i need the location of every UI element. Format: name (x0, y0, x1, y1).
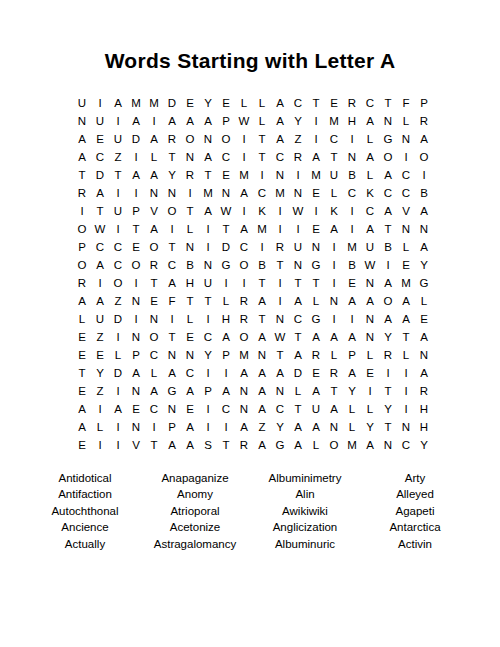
grid-cell-r16c13: D (289, 364, 307, 382)
grid-cell-r4c18: O (379, 148, 397, 166)
grid-cell-r3c7: O (181, 130, 199, 148)
word-list-item: Activin (360, 536, 470, 552)
grid-cell-r15c7: N (181, 346, 199, 364)
grid-cell-r10c11: B (253, 256, 271, 274)
grid-cell-r15c1: E (73, 346, 91, 364)
word-list-item: Agapeti (360, 503, 470, 519)
grid-cell-r1c5: M (145, 94, 163, 112)
grid-cell-r9c19: L (397, 238, 415, 256)
grid-cell-r4c6: T (163, 148, 181, 166)
grid-cell-r9c5: O (145, 238, 163, 256)
grid-cell-r8c4: T (127, 220, 145, 238)
grid-cell-r9c13: U (289, 238, 307, 256)
grid-cell-r7c3: U (109, 202, 127, 220)
grid-cell-r14c15: A (325, 328, 343, 346)
word-list-column-3: AlbuminimetryAlinAwikiwikiAnglicizationA… (250, 470, 360, 552)
grid-cell-r13c15: I (325, 310, 343, 328)
grid-cell-r18c5: C (145, 400, 163, 418)
grid-cell-r5c12: N (271, 166, 289, 184)
grid-cell-r17c18: T (379, 382, 397, 400)
grid-cell-r7c15: K (325, 202, 343, 220)
grid-cell-r11c13: T (289, 274, 307, 292)
grid-cell-r6c10: A (235, 184, 253, 202)
grid-cell-r13c19: A (397, 310, 415, 328)
word-list-item: Antifaction (30, 486, 140, 502)
grid-cell-r2c10: W (235, 112, 253, 130)
grid-cell-r4c13: R (289, 148, 307, 166)
grid-cell-r8c1: O (73, 220, 91, 238)
grid-cell-r4c17: A (361, 148, 379, 166)
grid-cell-r7c18: A (379, 202, 397, 220)
grid-cell-r13c5: N (145, 310, 163, 328)
grid-cell-r15c16: P (343, 346, 361, 364)
grid-cell-r18c10: N (235, 400, 253, 418)
word-list-column-4: ArtyAlleyedAgapetiAntarcticaActivin (360, 470, 470, 552)
grid-cell-r3c16: I (343, 130, 361, 148)
grid-cell-r13c6: I (163, 310, 181, 328)
grid-cell-r1c14: T (307, 94, 325, 112)
grid-cell-r1c2: I (91, 94, 109, 112)
grid-cell-r18c4: E (127, 400, 145, 418)
grid-cell-r4c20: O (415, 148, 433, 166)
grid-cell-r10c6: C (163, 256, 181, 274)
grid-cell-r10c17: W (361, 256, 379, 274)
grid-cell-r12c11: A (253, 292, 271, 310)
grid-cell-r2c7: A (181, 112, 199, 130)
grid-cell-r5c19: C (397, 166, 415, 184)
grid-cell-r19c17: Y (361, 418, 379, 436)
grid-cell-r8c10: A (235, 220, 253, 238)
grid-cell-r11c18: A (379, 274, 397, 292)
grid-cell-r2c20: R (415, 112, 433, 130)
grid-cell-r17c6: G (163, 382, 181, 400)
grid-cell-r12c6: F (163, 292, 181, 310)
grid-cell-r7c6: O (163, 202, 181, 220)
word-list-item: Acetonize (140, 519, 250, 535)
grid-cell-r3c1: A (73, 130, 91, 148)
grid-cell-r19c18: T (379, 418, 397, 436)
grid-cell-r14c18: Y (379, 328, 397, 346)
grid-cell-r14c7: E (181, 328, 199, 346)
grid-cell-r13c18: A (379, 310, 397, 328)
grid-cell-r14c16: A (343, 328, 361, 346)
grid-cell-r11c3: O (109, 274, 127, 292)
grid-cell-r12c8: T (199, 292, 217, 310)
grid-cell-r1c4: M (127, 94, 145, 112)
grid-cell-r12c17: A (361, 292, 379, 310)
grid-cell-r16c10: A (235, 364, 253, 382)
grid-cell-r3c20: A (415, 130, 433, 148)
grid-cell-r19c8: I (199, 418, 217, 436)
grid-cell-r5c8: T (199, 166, 217, 184)
grid-cell-r3c3: U (109, 130, 127, 148)
grid-cell-r6c8: M (199, 184, 217, 202)
grid-cell-r15c5: C (145, 346, 163, 364)
grid-cell-r8c8: I (199, 220, 217, 238)
grid-cell-r14c5: O (145, 328, 163, 346)
grid-cell-r9c20: A (415, 238, 433, 256)
grid-cell-r12c14: L (307, 292, 325, 310)
grid-cell-r7c12: I (271, 202, 289, 220)
grid-cell-r3c12: A (271, 130, 289, 148)
grid-cell-r19c7: A (181, 418, 199, 436)
word-list-item: Albuminuric (250, 536, 360, 552)
grid-cell-r7c20: A (415, 202, 433, 220)
grid-cell-r3c13: Z (289, 130, 307, 148)
grid-cell-r11c12: I (271, 274, 289, 292)
grid-cell-r3c6: R (163, 130, 181, 148)
grid-cell-r3c17: L (361, 130, 379, 148)
grid-cell-r12c9: L (217, 292, 235, 310)
grid-cell-r12c7: T (181, 292, 199, 310)
grid-cell-r19c20: H (415, 418, 433, 436)
grid-cell-r7c10: I (235, 202, 253, 220)
grid-cell-r20c6: A (163, 436, 181, 454)
word-list-item: Anglicization (250, 519, 360, 535)
grid-cell-r17c3: I (109, 382, 127, 400)
grid-cell-r20c20: Y (415, 436, 433, 454)
grid-cell-r8c11: M (253, 220, 271, 238)
grid-cell-r14c9: A (217, 328, 235, 346)
grid-cell-r14c6: T (163, 328, 181, 346)
word-list-item: Ancience (30, 519, 140, 535)
grid-cell-r2c16: H (343, 112, 361, 130)
grid-cell-r2c12: A (271, 112, 289, 130)
grid-cell-r5c10: M (235, 166, 253, 184)
grid-cell-r14c13: T (289, 328, 307, 346)
grid-cell-r3c2: E (91, 130, 109, 148)
grid-cell-r13c8: I (199, 310, 217, 328)
grid-cell-r20c18: N (379, 436, 397, 454)
grid-cell-r19c10: A (235, 418, 253, 436)
grid-cell-r5c13: I (289, 166, 307, 184)
grid-cell-r8c3: I (109, 220, 127, 238)
grid-cell-r15c8: Y (199, 346, 217, 364)
grid-cell-r2c9: P (217, 112, 235, 130)
grid-cell-r18c13: T (289, 400, 307, 418)
grid-cell-r6c12: M (271, 184, 289, 202)
grid-cell-r14c19: T (397, 328, 415, 346)
grid-cell-r17c10: N (235, 382, 253, 400)
grid-cell-r4c8: A (199, 148, 217, 166)
grid-cell-r10c20: Y (415, 256, 433, 274)
grid-cell-r18c8: I (199, 400, 217, 418)
grid-cell-r7c7: T (181, 202, 199, 220)
grid-cell-r2c1: N (73, 112, 91, 130)
grid-cell-r12c20: L (415, 292, 433, 310)
grid-cell-r6c6: N (163, 184, 181, 202)
grid-cell-r9c8: I (199, 238, 217, 256)
grid-cell-r3c4: D (127, 130, 145, 148)
grid-cell-r12c4: N (127, 292, 145, 310)
grid-cell-r11c5: T (145, 274, 163, 292)
grid-cell-r2c4: A (127, 112, 145, 130)
grid-cell-r3c14: I (307, 130, 325, 148)
grid-cell-r4c7: N (181, 148, 199, 166)
grid-cell-r19c14: A (307, 418, 325, 436)
grid-cell-r14c3: I (109, 328, 127, 346)
grid-cell-r14c14: A (307, 328, 325, 346)
grid-cell-r18c12: C (271, 400, 289, 418)
grid-cell-r5c17: L (361, 166, 379, 184)
grid-cell-r20c11: A (253, 436, 271, 454)
grid-cell-r1c1: U (73, 94, 91, 112)
grid-cell-r15c19: L (397, 346, 415, 364)
grid-cell-r6c19: C (397, 184, 415, 202)
grid-cell-r10c10: O (235, 256, 253, 274)
grid-cell-r18c1: A (73, 400, 91, 418)
grid-cell-r4c4: I (127, 148, 145, 166)
grid-cell-r17c9: A (217, 382, 235, 400)
grid-cell-r16c15: R (325, 364, 343, 382)
grid-cell-r8c12: I (271, 220, 289, 238)
grid-cell-r5c5: A (145, 166, 163, 184)
grid-cell-r8c19: N (397, 220, 415, 238)
grid-cell-r11c9: I (217, 274, 235, 292)
grid-cell-r11c2: I (91, 274, 109, 292)
grid-cell-r10c8: N (199, 256, 217, 274)
grid-cell-r4c10: I (235, 148, 253, 166)
grid-cell-r7c11: K (253, 202, 271, 220)
grid-cell-r15c9: P (217, 346, 235, 364)
grid-cell-r19c1: A (73, 418, 91, 436)
grid-cell-r13c20: E (415, 310, 433, 328)
grid-cell-r15c10: M (235, 346, 253, 364)
grid-cell-r18c17: L (361, 400, 379, 418)
word-list-item: Astragalomancy (140, 536, 250, 552)
grid-cell-r14c8: C (199, 328, 217, 346)
grid-cell-r17c16: Y (343, 382, 361, 400)
grid-cell-r1c15: E (325, 94, 343, 112)
grid-cell-r1c19: F (397, 94, 415, 112)
grid-cell-r9c2: C (91, 238, 109, 256)
grid-cell-r16c12: A (271, 364, 289, 382)
grid-cell-r20c4: V (127, 436, 145, 454)
grid-cell-r9c14: N (307, 238, 325, 256)
grid-cell-r9c12: R (271, 238, 289, 256)
grid-cell-r5c4: A (127, 166, 145, 184)
grid-cell-r8c6: I (163, 220, 181, 238)
grid-cell-r8c15: A (325, 220, 343, 238)
grid-cell-r18c15: A (325, 400, 343, 418)
grid-cell-r9c3: C (109, 238, 127, 256)
grid-cell-r15c3: L (109, 346, 127, 364)
grid-cell-r11c4: I (127, 274, 145, 292)
grid-cell-r19c2: L (91, 418, 109, 436)
grid-cell-r7c17: C (361, 202, 379, 220)
grid-cell-r4c1: A (73, 148, 91, 166)
grid-cell-r5c2: D (91, 166, 109, 184)
grid-cell-r9c1: P (73, 238, 91, 256)
grid-cell-r1c10: L (235, 94, 253, 112)
grid-cell-r12c5: E (145, 292, 163, 310)
grid-cell-r9c11: I (253, 238, 271, 256)
grid-cell-r15c15: L (325, 346, 343, 364)
grid-cell-r9c4: E (127, 238, 145, 256)
grid-cell-r1c20: P (415, 94, 433, 112)
grid-cell-r12c16: A (343, 292, 361, 310)
grid-cell-r19c16: L (343, 418, 361, 436)
grid-cell-r7c16: I (343, 202, 361, 220)
grid-cell-r4c19: I (397, 148, 415, 166)
grid-cell-r8c18: T (379, 220, 397, 238)
grid-cell-r5c20: I (415, 166, 433, 184)
grid-cell-r14c11: A (253, 328, 271, 346)
grid-cell-r17c15: T (325, 382, 343, 400)
grid-cell-r4c16: N (343, 148, 361, 166)
grid-cell-r16c6: A (163, 364, 181, 382)
grid-cell-r6c11: C (253, 184, 271, 202)
word-list-item: Autochthonal (30, 503, 140, 519)
grid-cell-r17c14: A (307, 382, 325, 400)
grid-cell-r6c3: I (109, 184, 127, 202)
grid-cell-r20c17: A (361, 436, 379, 454)
grid-cell-r6c4: I (127, 184, 145, 202)
grid-cell-r20c12: G (271, 436, 289, 454)
grid-cell-r2c2: U (91, 112, 109, 130)
grid-cell-r1c11: L (253, 94, 271, 112)
grid-cell-r15c14: R (307, 346, 325, 364)
grid-cell-r15c12: T (271, 346, 289, 364)
grid-cell-r7c14: I (307, 202, 325, 220)
grid-cell-r5c14: M (307, 166, 325, 184)
grid-cell-r13c13: C (289, 310, 307, 328)
grid-cell-r9c9: D (217, 238, 235, 256)
grid-cell-r2c5: I (145, 112, 163, 130)
grid-cell-r13c1: L (73, 310, 91, 328)
word-search-page: Words Starting with Letter A UIAMMDEYELL… (0, 0, 500, 647)
letter-grid: UIAMMDEYELLACTERCTFPNUIAIAAAPWLAYIMHANLR… (73, 94, 433, 454)
grid-cell-r20c16: M (343, 436, 361, 454)
grid-cell-r15c2: E (91, 346, 109, 364)
grid-cell-r16c5: L (145, 364, 163, 382)
grid-cell-r18c16: L (343, 400, 361, 418)
grid-cell-r2c8: A (199, 112, 217, 130)
grid-cell-r18c18: Y (379, 400, 397, 418)
grid-cell-r8c2: W (91, 220, 109, 238)
grid-cell-r11c6: A (163, 274, 181, 292)
grid-cell-r5c16: B (343, 166, 361, 184)
grid-cell-r10c16: B (343, 256, 361, 274)
grid-cell-r7c2: T (91, 202, 109, 220)
grid-cell-r17c20: R (415, 382, 433, 400)
grid-cell-r17c8: P (199, 382, 217, 400)
grid-cell-r13c17: N (361, 310, 379, 328)
grid-cell-r5c11: I (253, 166, 271, 184)
grid-cell-r16c1: T (73, 364, 91, 382)
grid-cell-r17c11: A (253, 382, 271, 400)
grid-cell-r10c15: I (325, 256, 343, 274)
grid-cell-r16c20: A (415, 364, 433, 382)
grid-cell-r7c8: A (199, 202, 217, 220)
grid-cell-r4c14: A (307, 148, 325, 166)
grid-cell-r19c6: P (163, 418, 181, 436)
word-list-column-2: AnapaganizeAnomyAtrioporalAcetonizeAstra… (140, 470, 250, 552)
grid-cell-r3c15: C (325, 130, 343, 148)
grid-cell-r8c14: E (307, 220, 325, 238)
grid-cell-r16c11: A (253, 364, 271, 382)
grid-cell-r1c6: D (163, 94, 181, 112)
grid-cell-r4c11: T (253, 148, 271, 166)
grid-cell-r3c11: T (253, 130, 271, 148)
grid-cell-r2c17: A (361, 112, 379, 130)
grid-cell-r2c19: L (397, 112, 415, 130)
grid-cell-r14c10: O (235, 328, 253, 346)
grid-cell-r6c16: C (343, 184, 361, 202)
grid-cell-r1c13: C (289, 94, 307, 112)
grid-cell-r10c1: O (73, 256, 91, 274)
grid-cell-r4c15: T (325, 148, 343, 166)
grid-cell-r1c17: C (361, 94, 379, 112)
grid-cell-r15c17: L (361, 346, 379, 364)
grid-cell-r5c3: T (109, 166, 127, 184)
grid-cell-r19c9: I (217, 418, 235, 436)
word-list: AntidoticalAntifactionAutochthonalAncien… (30, 470, 470, 552)
word-list-item: Anapaganize (140, 470, 250, 486)
grid-cell-r20c19: C (397, 436, 415, 454)
word-list-column-1: AntidoticalAntifactionAutochthonalAncien… (30, 470, 140, 552)
grid-cell-r9c6: T (163, 238, 181, 256)
grid-cell-r6c20: B (415, 184, 433, 202)
grid-cell-r15c18: R (379, 346, 397, 364)
grid-cell-r13c16: I (343, 310, 361, 328)
grid-cell-r20c10: R (235, 436, 253, 454)
grid-cell-r5c6: Y (163, 166, 181, 184)
word-list-item: Alleyed (360, 486, 470, 502)
word-list-item: Antarctica (360, 519, 470, 535)
grid-cell-r6c18: C (379, 184, 397, 202)
grid-cell-r13c11: T (253, 310, 271, 328)
grid-cell-r16c9: I (217, 364, 235, 382)
grid-cell-r6c5: N (145, 184, 163, 202)
grid-cell-r15c6: N (163, 346, 181, 364)
grid-cell-r11c20: G (415, 274, 433, 292)
grid-cell-r16c16: A (343, 364, 361, 382)
grid-cell-r4c12: C (271, 148, 289, 166)
grid-cell-r13c2: U (91, 310, 109, 328)
grid-cell-r17c17: I (361, 382, 379, 400)
grid-cell-r10c9: G (217, 256, 235, 274)
word-list-item: Atrioporal (140, 503, 250, 519)
grid-cell-r18c3: A (109, 400, 127, 418)
grid-cell-r17c13: L (289, 382, 307, 400)
grid-cell-r12c10: R (235, 292, 253, 310)
grid-cell-r10c7: B (181, 256, 199, 274)
grid-cell-r6c13: N (289, 184, 307, 202)
grid-cell-r20c14: L (307, 436, 325, 454)
grid-cell-r14c17: N (361, 328, 379, 346)
grid-cell-r6c7: I (181, 184, 199, 202)
grid-cell-r16c3: D (109, 364, 127, 382)
grid-cell-r13c10: R (235, 310, 253, 328)
grid-cell-r18c9: C (217, 400, 235, 418)
grid-cell-r11c16: E (343, 274, 361, 292)
grid-cell-r16c19: I (397, 364, 415, 382)
grid-cell-r7c1: I (73, 202, 91, 220)
grid-cell-r6c17: K (361, 184, 379, 202)
grid-cell-r9c18: B (379, 238, 397, 256)
grid-cell-r17c19: I (397, 382, 415, 400)
grid-cell-r7c4: P (127, 202, 145, 220)
grid-cell-r19c19: N (397, 418, 415, 436)
grid-cell-r12c13: A (289, 292, 307, 310)
grid-cell-r9c17: U (361, 238, 379, 256)
grid-cell-r16c18: I (379, 364, 397, 382)
grid-cell-r19c12: Y (271, 418, 289, 436)
grid-cell-r1c9: E (217, 94, 235, 112)
grid-cell-r20c5: T (145, 436, 163, 454)
word-list-item: Arty (360, 470, 470, 486)
